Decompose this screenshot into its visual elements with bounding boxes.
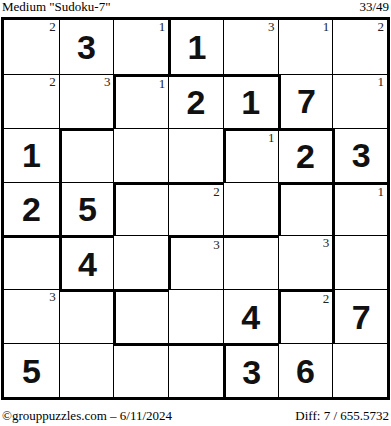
cell-r4c4[interactable]: 2 [168, 182, 223, 236]
pencil-mark: 1 [159, 77, 166, 91]
given-digit: 7 [297, 84, 316, 118]
cell-r7c7[interactable] [332, 343, 387, 397]
copyright-date-text: ©grouppuzzles.com – 6/11/2024 [2, 408, 172, 423]
pencil-mark: 3 [213, 238, 220, 252]
cell-r3c6[interactable]: 2 [278, 128, 333, 182]
cell-r6c4[interactable] [168, 289, 223, 343]
pencil-mark: 3 [268, 20, 275, 34]
cell-r4c6[interactable] [278, 182, 333, 236]
cell-r3c3[interactable] [113, 128, 168, 182]
cell-r5c7[interactable] [332, 235, 387, 289]
cell-r1c2[interactable]: 3 [59, 20, 114, 74]
cell-r6c5[interactable]: 4 [223, 289, 278, 343]
given-digit: 5 [78, 192, 97, 226]
sudoku-board: 23113122312171112325214333427536 [1, 17, 390, 400]
cell-r7c6[interactable]: 6 [278, 343, 333, 397]
cell-r7c5[interactable]: 3 [223, 343, 278, 397]
given-digit: 7 [352, 300, 371, 334]
given-digit: 4 [241, 300, 260, 334]
header: Medium "Sudoku-7" 33/49 [0, 0, 391, 17]
cell-r5c3[interactable] [113, 235, 168, 289]
cell-r6c7[interactable]: 7 [332, 289, 387, 343]
cell-r6c6[interactable]: 2 [278, 289, 333, 343]
given-digit: 5 [22, 354, 41, 388]
cell-r3c4[interactable] [168, 128, 223, 182]
cell-r2c2[interactable]: 3 [59, 74, 114, 128]
pencil-mark: 1 [378, 75, 385, 89]
cell-r1c6[interactable]: 1 [278, 20, 333, 74]
pencil-mark: 3 [104, 75, 111, 89]
cell-r3c5[interactable]: 1 [223, 128, 278, 182]
pencil-mark: 1 [323, 20, 330, 34]
cell-r4c2[interactable]: 5 [59, 182, 114, 236]
cell-r4c3[interactable] [113, 182, 168, 236]
cell-r7c1[interactable]: 5 [4, 343, 59, 397]
pencil-mark: 1 [268, 131, 275, 145]
cell-r7c4[interactable] [168, 343, 223, 397]
cell-r2c4[interactable]: 2 [168, 74, 223, 128]
cell-r5c5[interactable] [223, 235, 278, 289]
given-digit: 6 [296, 354, 315, 388]
cell-r3c7[interactable]: 3 [332, 128, 387, 182]
pencil-mark: 2 [323, 292, 330, 306]
cell-r6c2[interactable] [59, 289, 114, 343]
pencil-mark: 1 [378, 185, 385, 199]
pencil-mark: 2 [213, 185, 220, 199]
given-digit: 1 [188, 30, 207, 64]
pencil-mark: 2 [378, 20, 385, 34]
cell-r7c2[interactable] [59, 343, 114, 397]
pencil-mark: 1 [159, 20, 166, 34]
cell-r3c2[interactable] [59, 128, 114, 182]
cell-r1c1[interactable]: 2 [4, 20, 59, 74]
cell-r6c1[interactable]: 3 [4, 289, 59, 343]
cell-r3c1[interactable]: 1 [4, 128, 59, 182]
pencil-mark: 3 [49, 290, 56, 304]
puzzle-page: Medium "Sudoku-7" 33/49 2311312231217111… [0, 0, 391, 426]
cell-r7c3[interactable] [113, 343, 168, 397]
given-digit: 2 [22, 192, 41, 226]
cell-r2c7[interactable]: 1 [332, 74, 387, 128]
given-digit: 4 [78, 247, 97, 281]
cell-r5c4[interactable]: 3 [168, 235, 223, 289]
given-digit: 3 [352, 138, 371, 172]
cell-r4c1[interactable]: 2 [4, 182, 59, 236]
cell-r5c1[interactable] [4, 235, 59, 289]
pencil-mark: 3 [323, 236, 330, 250]
difficulty-text: Diff: 7 / 655.5732 [295, 408, 389, 423]
cell-r1c7[interactable]: 2 [332, 20, 387, 74]
cell-r5c6[interactable]: 3 [278, 235, 333, 289]
puzzle-title: Medium "Sudoku-7" [2, 0, 110, 14]
cell-r6c3[interactable] [113, 289, 168, 343]
cell-r4c5[interactable] [223, 182, 278, 236]
pencil-mark: 2 [49, 75, 56, 89]
given-digit: 3 [77, 30, 96, 64]
given-digit: 2 [187, 85, 206, 119]
given-digit: 1 [22, 138, 41, 172]
cell-r5c2[interactable]: 4 [59, 235, 114, 289]
footer: ©grouppuzzles.com – 6/11/2024 Diff: 7 / … [0, 403, 391, 423]
given-digit: 3 [242, 355, 261, 389]
cell-r1c5[interactable]: 3 [223, 20, 278, 74]
cell-r2c6[interactable]: 7 [278, 74, 333, 128]
pencil-mark: 2 [49, 20, 56, 34]
cell-r2c5[interactable]: 1 [223, 74, 278, 128]
cell-r1c4[interactable]: 1 [168, 20, 223, 74]
cell-r2c3[interactable]: 1 [113, 74, 168, 128]
given-digit: 1 [241, 85, 260, 119]
cell-r1c3[interactable]: 1 [113, 20, 168, 74]
cells-remaining-counter: 33/49 [359, 0, 389, 14]
given-digit: 2 [296, 139, 315, 173]
cell-r2c1[interactable]: 2 [4, 74, 59, 128]
cell-r4c7[interactable]: 1 [332, 182, 387, 236]
